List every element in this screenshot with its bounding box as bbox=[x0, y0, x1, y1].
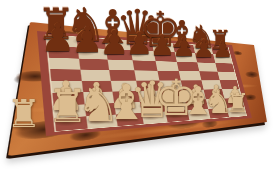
piece-black-pawn-b7[interactable]: ♟ bbox=[71, 22, 103, 58]
piece-black-pawn-a7[interactable]: ♟ bbox=[40, 18, 75, 57]
piece-black-pawn-h7[interactable]: ♟ bbox=[212, 39, 233, 62]
pieces-layer: ♜♞♝♛♚♝♞♜♟♟♟♟♟♟♟♟♟♟♟♟♟♟♟♟♜♞♝♛♚♝♞♜♜ bbox=[0, 0, 276, 178]
spare-white-piece[interactable]: ♜ bbox=[7, 95, 42, 134]
chess-set-photo: ♜♞♝♛♚♝♞♜♟♟♟♟♟♟♟♟♟♟♟♟♟♟♟♟♜♞♝♛♚♝♞♜♜ bbox=[0, 0, 276, 178]
piece-white-rook-h1[interactable]: ♜ bbox=[226, 90, 249, 116]
